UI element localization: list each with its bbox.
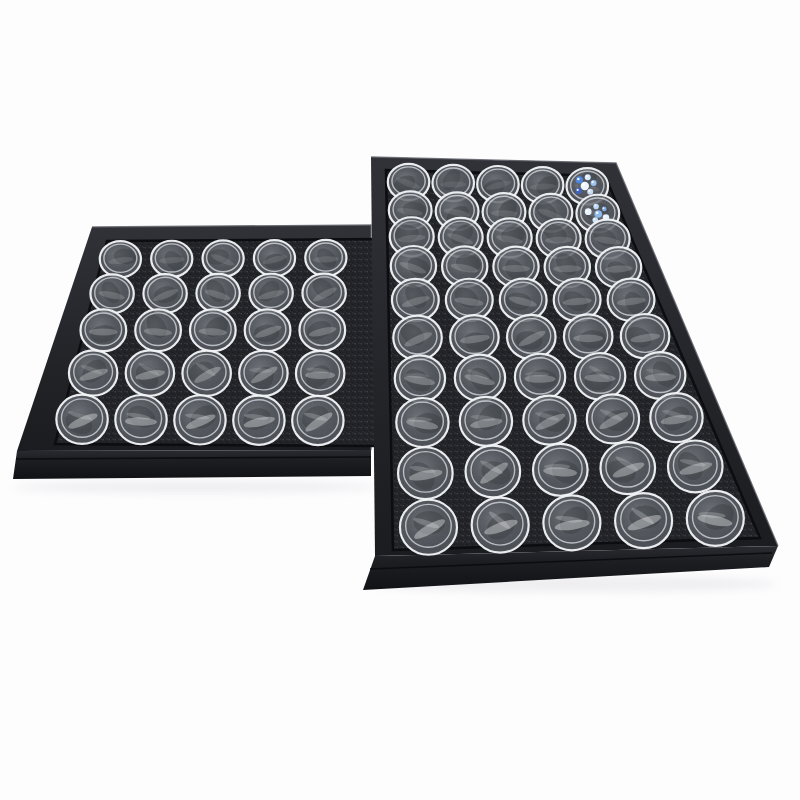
rhinestone-glint xyxy=(582,183,585,186)
right-tray xyxy=(363,157,778,590)
gem-jar xyxy=(305,240,346,276)
rhinestone-glint xyxy=(593,218,595,220)
gem-jar xyxy=(69,350,117,395)
gem-jar xyxy=(90,274,133,313)
gem-jar xyxy=(466,446,521,498)
rhinestone-glint xyxy=(577,189,579,191)
gem-jar xyxy=(396,398,448,447)
gem-jar xyxy=(292,396,343,445)
gem-jar xyxy=(100,241,141,277)
rhinestone xyxy=(585,174,591,180)
rhinestone xyxy=(585,208,592,215)
rhinestone-glint xyxy=(596,212,599,215)
rhinestone xyxy=(581,182,589,190)
gem-jar xyxy=(393,316,442,360)
gem-jar xyxy=(587,394,639,443)
gem-jar xyxy=(668,441,723,493)
gem-jar xyxy=(615,493,672,548)
rhinestone xyxy=(594,210,602,218)
rhinestone xyxy=(593,204,599,210)
rhinestone-glint xyxy=(586,210,588,212)
gem-jar xyxy=(302,274,345,313)
gem-jar xyxy=(575,353,625,400)
gem-jar xyxy=(400,500,457,555)
gem-jar xyxy=(543,495,600,550)
gem-jar xyxy=(56,395,107,444)
tray-shadow xyxy=(13,481,377,493)
gem-jar xyxy=(151,241,192,277)
product-photo-stage xyxy=(0,0,800,800)
rhinestone-glint xyxy=(588,190,590,192)
jar-reflection-streak xyxy=(573,335,603,343)
rhinestone-glint xyxy=(604,215,606,217)
gem-jar xyxy=(650,393,702,442)
gem-jar xyxy=(533,444,588,496)
tray-front-wall xyxy=(13,450,371,479)
gem-jar xyxy=(115,395,166,444)
gem-jar xyxy=(203,240,244,276)
gem-jar xyxy=(126,350,174,395)
rhinestone xyxy=(602,206,607,211)
gem-jar xyxy=(233,396,284,445)
rhinestone xyxy=(587,189,593,195)
gem-jar xyxy=(450,315,499,359)
gem-jar xyxy=(296,351,344,396)
rhinestone-glint xyxy=(594,205,596,207)
gem-jar xyxy=(398,447,453,499)
gem-jar xyxy=(395,355,445,402)
gem-jar xyxy=(455,355,505,402)
rhinestone-glint xyxy=(586,175,588,177)
scene-canvas xyxy=(0,0,800,800)
gem-jar xyxy=(472,498,529,553)
jar-reflection-streak xyxy=(544,464,570,469)
trays xyxy=(13,157,778,590)
gem-jar xyxy=(507,315,556,359)
rhinestone-glint xyxy=(603,207,605,209)
gem-jar xyxy=(500,279,547,321)
gem-jar xyxy=(523,396,575,445)
rhinestone-glint xyxy=(577,178,580,181)
gem-jar xyxy=(460,397,512,446)
rhinestone xyxy=(576,176,583,183)
gem-jar xyxy=(190,309,236,351)
gem-jar xyxy=(249,274,292,313)
gem-jar xyxy=(143,274,186,313)
gem-jar xyxy=(80,309,126,351)
gem-jar xyxy=(687,491,744,546)
gem-jar xyxy=(254,240,295,276)
rhinestone xyxy=(575,188,581,194)
gem-jar xyxy=(196,274,239,313)
gem-jar xyxy=(299,309,345,351)
rhinestone xyxy=(591,180,597,186)
left-tray xyxy=(13,225,380,479)
gem-jar xyxy=(174,395,225,444)
gem-jar xyxy=(635,352,685,399)
rhinestone-glint xyxy=(592,181,594,183)
gem-jar xyxy=(182,351,230,396)
gem-jar xyxy=(135,309,181,351)
gem-jar xyxy=(564,314,613,358)
gem-jar xyxy=(515,354,565,401)
gem-jar xyxy=(245,309,291,351)
gem-jar xyxy=(239,351,287,396)
gem-jar xyxy=(600,442,655,494)
